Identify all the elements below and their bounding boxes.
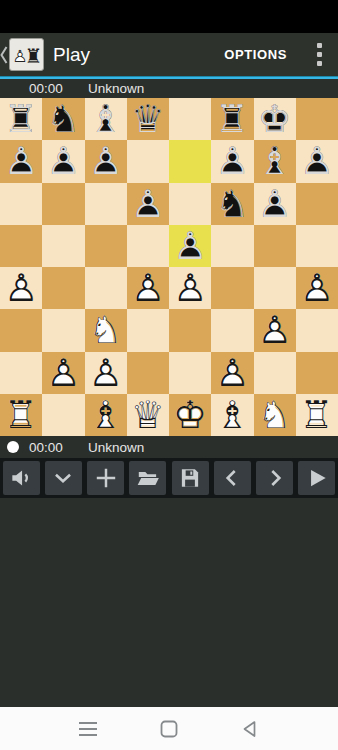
white-knight-outline: ♘ xyxy=(85,309,127,351)
back-caret-icon[interactable] xyxy=(0,44,8,66)
square-d3[interactable] xyxy=(127,309,169,351)
square-g6[interactable]: ♟♙ xyxy=(254,183,296,225)
white-king: ♚ xyxy=(169,394,211,436)
square-e4[interactable]: ♟♙ xyxy=(169,267,211,309)
square-d8[interactable]: ♛♕ xyxy=(127,98,169,140)
black-king-outline: ♔ xyxy=(254,98,296,140)
square-e2[interactable] xyxy=(169,352,211,394)
white-pawn: ♟ xyxy=(0,267,42,309)
black-pawn: ♟ xyxy=(169,225,211,267)
save-button[interactable] xyxy=(172,461,209,495)
white-pawn-outline: ♙ xyxy=(254,309,296,351)
white-rook: ♜ xyxy=(0,394,42,436)
black-rook: ♜ xyxy=(0,98,42,140)
floppy-disk-icon xyxy=(177,465,203,491)
square-a1[interactable]: ♜♖ xyxy=(0,394,42,436)
square-a3[interactable] xyxy=(0,309,42,351)
chevron-left-icon xyxy=(219,465,245,491)
square-b6[interactable] xyxy=(42,183,84,225)
status-bar xyxy=(0,0,338,33)
square-d4[interactable]: ♟♙ xyxy=(127,267,169,309)
square-f5[interactable] xyxy=(211,225,253,267)
white-player-row: 00:00 Unknown xyxy=(0,436,338,458)
sound-button[interactable] xyxy=(3,461,40,495)
white-pawn-outline: ♙ xyxy=(0,267,42,309)
black-bishop: ♝ xyxy=(254,140,296,182)
square-h8[interactable] xyxy=(296,98,338,140)
black-pawn-outline: ♙ xyxy=(211,140,253,182)
white-turn-indicator xyxy=(7,441,19,453)
nav-back-button[interactable] xyxy=(238,717,262,741)
overflow-menu-icon[interactable] xyxy=(311,37,334,72)
black-player-name: Unknown xyxy=(88,81,144,96)
black-bishop-outline: ♗ xyxy=(254,140,296,182)
nav-home-button[interactable] xyxy=(157,717,181,741)
play-icon xyxy=(304,465,330,491)
forward-move-button[interactable] xyxy=(256,461,293,495)
white-knight: ♞ xyxy=(85,309,127,351)
square-g7[interactable]: ♝♗ xyxy=(254,140,296,182)
square-g4[interactable] xyxy=(254,267,296,309)
black-pawn-outline: ♙ xyxy=(169,225,211,267)
square-h4[interactable]: ♟♙ xyxy=(296,267,338,309)
speaker-icon xyxy=(8,465,34,491)
white-pawn: ♟ xyxy=(211,352,253,394)
square-e8[interactable] xyxy=(169,98,211,140)
white-pawn: ♟ xyxy=(169,267,211,309)
square-b4[interactable] xyxy=(42,267,84,309)
white-pawn-outline: ♙ xyxy=(296,267,338,309)
square-f8[interactable]: ♜♖ xyxy=(211,98,253,140)
white-pawn-outline: ♙ xyxy=(211,352,253,394)
square-b7[interactable]: ♟♙ xyxy=(42,140,84,182)
square-f3[interactable] xyxy=(211,309,253,351)
hamburger-icon xyxy=(77,720,99,738)
collapse-button[interactable] xyxy=(45,461,82,495)
square-h2[interactable] xyxy=(296,352,338,394)
toolbar xyxy=(0,458,338,498)
square-f7[interactable]: ♟♙ xyxy=(211,140,253,182)
square-d1[interactable]: ♛♕ xyxy=(127,394,169,436)
black-bishop: ♝ xyxy=(85,98,127,140)
white-rook: ♜ xyxy=(296,394,338,436)
square-e7[interactable] xyxy=(169,140,211,182)
square-h1[interactable]: ♜♖ xyxy=(296,394,338,436)
square-a5[interactable] xyxy=(0,225,42,267)
square-f1[interactable]: ♝♗ xyxy=(211,394,253,436)
square-c7[interactable]: ♟♙ xyxy=(85,140,127,182)
white-pawn: ♟ xyxy=(42,352,84,394)
white-pawn-outline: ♙ xyxy=(169,267,211,309)
black-queen: ♛ xyxy=(127,98,169,140)
white-pawn: ♟ xyxy=(127,267,169,309)
square-a6[interactable] xyxy=(0,183,42,225)
white-pawn-outline: ♙ xyxy=(127,267,169,309)
black-queen-outline: ♕ xyxy=(127,98,169,140)
white-queen: ♛ xyxy=(127,394,169,436)
square-h7[interactable]: ♟♙ xyxy=(296,140,338,182)
black-pawn: ♟ xyxy=(254,183,296,225)
square-c8[interactable]: ♝♗ xyxy=(85,98,127,140)
white-knight: ♞ xyxy=(254,394,296,436)
square-b8[interactable]: ♞♘ xyxy=(42,98,84,140)
black-rook: ♜ xyxy=(211,98,253,140)
black-knight: ♞ xyxy=(211,183,253,225)
square-h3[interactable] xyxy=(296,309,338,351)
white-king-outline: ♔ xyxy=(169,394,211,436)
white-rook-outline: ♖ xyxy=(0,394,42,436)
square-c2[interactable]: ♟♙ xyxy=(85,352,127,394)
square-b2[interactable]: ♟♙ xyxy=(42,352,84,394)
black-pawn: ♟ xyxy=(85,140,127,182)
square-e5[interactable]: ♟♙ xyxy=(169,225,211,267)
app-icon-black-rook: ♜ xyxy=(27,42,41,70)
black-clock: 00:00 xyxy=(29,81,75,96)
square-b3[interactable] xyxy=(42,309,84,351)
white-pawn-outline: ♙ xyxy=(85,352,127,394)
white-player-name: Unknown xyxy=(88,440,144,455)
black-pawn-outline: ♙ xyxy=(296,140,338,182)
black-pawn: ♟ xyxy=(211,140,253,182)
black-player-row: 00:00 Unknown xyxy=(0,79,338,98)
white-clock: 00:00 xyxy=(29,440,75,455)
square-icon xyxy=(159,719,179,739)
square-g1[interactable]: ♞♘ xyxy=(254,394,296,436)
black-king: ♚ xyxy=(254,98,296,140)
square-g5[interactable] xyxy=(254,225,296,267)
nav-menu-button[interactable] xyxy=(76,717,100,741)
black-pawn-outline: ♙ xyxy=(85,140,127,182)
new-game-button[interactable] xyxy=(87,461,124,495)
white-pawn: ♟ xyxy=(85,352,127,394)
chevron-right-icon xyxy=(262,465,288,491)
square-c3[interactable]: ♞♘ xyxy=(85,309,127,351)
chevron-down-icon xyxy=(50,465,76,491)
black-pawn-outline: ♙ xyxy=(254,183,296,225)
content-area xyxy=(0,498,338,707)
square-g3[interactable]: ♟♙ xyxy=(254,309,296,351)
black-knight: ♞ xyxy=(42,98,84,140)
square-d2[interactable] xyxy=(127,352,169,394)
square-d6[interactable]: ♟♙ xyxy=(127,183,169,225)
square-h6[interactable] xyxy=(296,183,338,225)
square-f6[interactable]: ♞♘ xyxy=(211,183,253,225)
black-pawn: ♟ xyxy=(42,140,84,182)
black-knight-outline: ♘ xyxy=(42,98,84,140)
black-pawn-outline: ♙ xyxy=(0,140,42,182)
black-pawn: ♟ xyxy=(127,183,169,225)
square-b1[interactable] xyxy=(42,394,84,436)
black-pawn: ♟ xyxy=(0,140,42,182)
white-bishop-outline: ♗ xyxy=(85,394,127,436)
square-d5[interactable] xyxy=(127,225,169,267)
white-bishop: ♝ xyxy=(211,394,253,436)
square-a7[interactable]: ♟♙ xyxy=(0,140,42,182)
black-rook-outline: ♖ xyxy=(0,98,42,140)
black-rook-outline: ♖ xyxy=(211,98,253,140)
black-pawn: ♟ xyxy=(296,140,338,182)
app-screen: ♟♙ ♜ Play OPTIONS 00:00 Unknown ♜♖♞♘♝♗♛♕… xyxy=(0,0,338,750)
square-e6[interactable] xyxy=(169,183,211,225)
page-title: Play xyxy=(53,44,90,66)
square-f2[interactable]: ♟♙ xyxy=(211,352,253,394)
white-bishop-outline: ♗ xyxy=(211,394,253,436)
square-c5[interactable] xyxy=(85,225,127,267)
square-g8[interactable]: ♚♔ xyxy=(254,98,296,140)
white-knight-outline: ♘ xyxy=(254,394,296,436)
open-button[interactable] xyxy=(129,461,166,495)
plus-icon xyxy=(93,465,119,491)
app-chess-icon: ♟♙ ♜ xyxy=(9,38,44,71)
back-move-button[interactable] xyxy=(214,461,251,495)
square-a4[interactable]: ♟♙ xyxy=(0,267,42,309)
square-b5[interactable] xyxy=(42,225,84,267)
white-pawn-outline: ♙ xyxy=(42,352,84,394)
action-bar: ♟♙ ♜ Play OPTIONS xyxy=(0,33,338,76)
black-pawn-outline: ♙ xyxy=(42,140,84,182)
square-g2[interactable] xyxy=(254,352,296,394)
folder-open-icon xyxy=(135,465,161,491)
square-a2[interactable] xyxy=(0,352,42,394)
square-c1[interactable]: ♝♗ xyxy=(85,394,127,436)
back-triangle-icon xyxy=(240,719,260,739)
white-pawn: ♟ xyxy=(254,309,296,351)
square-f4[interactable] xyxy=(211,267,253,309)
square-c4[interactable] xyxy=(85,267,127,309)
square-c6[interactable] xyxy=(85,183,127,225)
white-queen-outline: ♕ xyxy=(127,394,169,436)
square-e1[interactable]: ♚♔ xyxy=(169,394,211,436)
square-h5[interactable] xyxy=(296,225,338,267)
white-bishop: ♝ xyxy=(85,394,127,436)
black-bishop-outline: ♗ xyxy=(85,98,127,140)
chess-board: ♜♖♞♘♝♗♛♕♜♖♚♔♟♙♟♙♟♙♟♙♝♗♟♙♟♙♞♘♟♙♟♙♟♙♟♙♟♙♟♙… xyxy=(0,98,338,436)
black-knight-outline: ♘ xyxy=(211,183,253,225)
system-nav-bar xyxy=(0,707,338,750)
white-rook-outline: ♖ xyxy=(296,394,338,436)
options-button[interactable]: OPTIONS xyxy=(212,37,299,72)
square-a8[interactable]: ♜♖ xyxy=(0,98,42,140)
play-button[interactable] xyxy=(298,461,335,495)
black-pawn-outline: ♙ xyxy=(127,183,169,225)
square-d7[interactable] xyxy=(127,140,169,182)
square-e3[interactable] xyxy=(169,309,211,351)
white-pawn: ♟ xyxy=(296,267,338,309)
